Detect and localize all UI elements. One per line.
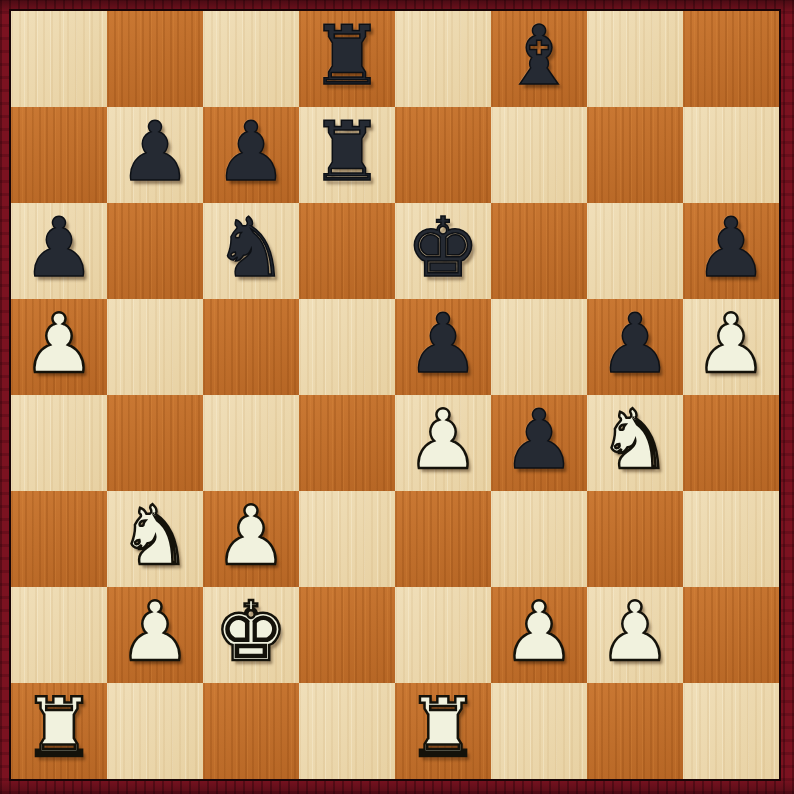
- black-pawn[interactable]: ♟: [406, 303, 480, 385]
- square-g2[interactable]: ♟: [587, 587, 683, 683]
- square-g6[interactable]: [587, 203, 683, 299]
- square-b4[interactable]: [107, 395, 203, 491]
- square-f1[interactable]: [491, 683, 587, 779]
- white-knight[interactable]: ♞: [598, 399, 672, 481]
- square-c1[interactable]: [203, 683, 299, 779]
- square-a5[interactable]: ♟: [11, 299, 107, 395]
- square-h1[interactable]: [683, 683, 779, 779]
- square-f3[interactable]: [491, 491, 587, 587]
- black-pawn[interactable]: ♟: [598, 303, 672, 385]
- square-c5[interactable]: [203, 299, 299, 395]
- square-a3[interactable]: [11, 491, 107, 587]
- black-rook[interactable]: ♜: [310, 111, 384, 193]
- square-f5[interactable]: [491, 299, 587, 395]
- square-e7[interactable]: [395, 107, 491, 203]
- square-b8[interactable]: [107, 11, 203, 107]
- white-pawn[interactable]: ♟: [406, 399, 480, 481]
- black-pawn[interactable]: ♟: [118, 111, 192, 193]
- square-g1[interactable]: [587, 683, 683, 779]
- square-c3[interactable]: ♟: [203, 491, 299, 587]
- square-c7[interactable]: ♟: [203, 107, 299, 203]
- chess-board: ♜♝♟♟♜♟♞♚♟♟♟♟♟♟♟♞♞♟♟♚♟♟♜♜: [9, 9, 781, 781]
- square-h2[interactable]: [683, 587, 779, 683]
- square-d4[interactable]: [299, 395, 395, 491]
- square-d3[interactable]: [299, 491, 395, 587]
- square-e1[interactable]: ♜: [395, 683, 491, 779]
- square-a4[interactable]: [11, 395, 107, 491]
- square-f4[interactable]: ♟: [491, 395, 587, 491]
- white-rook[interactable]: ♜: [406, 687, 480, 769]
- square-a6[interactable]: ♟: [11, 203, 107, 299]
- white-king[interactable]: ♚: [214, 591, 288, 673]
- black-king[interactable]: ♚: [406, 207, 480, 289]
- square-g8[interactable]: [587, 11, 683, 107]
- square-g7[interactable]: [587, 107, 683, 203]
- square-a1[interactable]: ♜: [11, 683, 107, 779]
- board-frame: ♜♝♟♟♜♟♞♚♟♟♟♟♟♟♟♞♞♟♟♚♟♟♜♜: [0, 0, 794, 794]
- square-d8[interactable]: ♜: [299, 11, 395, 107]
- square-a2[interactable]: [11, 587, 107, 683]
- square-b6[interactable]: [107, 203, 203, 299]
- square-c6[interactable]: ♞: [203, 203, 299, 299]
- square-h5[interactable]: ♟: [683, 299, 779, 395]
- black-knight[interactable]: ♞: [214, 207, 288, 289]
- square-h6[interactable]: ♟: [683, 203, 779, 299]
- square-g5[interactable]: ♟: [587, 299, 683, 395]
- square-h8[interactable]: [683, 11, 779, 107]
- square-a7[interactable]: [11, 107, 107, 203]
- square-a8[interactable]: [11, 11, 107, 107]
- black-pawn[interactable]: ♟: [22, 207, 96, 289]
- square-f8[interactable]: ♝: [491, 11, 587, 107]
- square-f2[interactable]: ♟: [491, 587, 587, 683]
- square-d6[interactable]: [299, 203, 395, 299]
- square-d2[interactable]: [299, 587, 395, 683]
- square-e5[interactable]: ♟: [395, 299, 491, 395]
- square-d7[interactable]: ♜: [299, 107, 395, 203]
- square-e2[interactable]: [395, 587, 491, 683]
- square-h3[interactable]: [683, 491, 779, 587]
- white-knight[interactable]: ♞: [118, 495, 192, 577]
- square-c8[interactable]: [203, 11, 299, 107]
- square-c2[interactable]: ♚: [203, 587, 299, 683]
- black-pawn[interactable]: ♟: [214, 111, 288, 193]
- black-pawn[interactable]: ♟: [694, 207, 768, 289]
- square-b3[interactable]: ♞: [107, 491, 203, 587]
- square-e6[interactable]: ♚: [395, 203, 491, 299]
- white-pawn[interactable]: ♟: [598, 591, 672, 673]
- white-pawn[interactable]: ♟: [118, 591, 192, 673]
- square-b2[interactable]: ♟: [107, 587, 203, 683]
- black-pawn[interactable]: ♟: [502, 399, 576, 481]
- square-b7[interactable]: ♟: [107, 107, 203, 203]
- square-g3[interactable]: [587, 491, 683, 587]
- black-bishop[interactable]: ♝: [502, 15, 576, 97]
- white-pawn[interactable]: ♟: [694, 303, 768, 385]
- square-f6[interactable]: [491, 203, 587, 299]
- square-b5[interactable]: [107, 299, 203, 395]
- square-h4[interactable]: [683, 395, 779, 491]
- square-d5[interactable]: [299, 299, 395, 395]
- square-e8[interactable]: [395, 11, 491, 107]
- white-rook[interactable]: ♜: [22, 687, 96, 769]
- black-rook[interactable]: ♜: [310, 15, 384, 97]
- square-b1[interactable]: [107, 683, 203, 779]
- square-e4[interactable]: ♟: [395, 395, 491, 491]
- square-e3[interactable]: [395, 491, 491, 587]
- white-pawn[interactable]: ♟: [502, 591, 576, 673]
- white-pawn[interactable]: ♟: [22, 303, 96, 385]
- square-d1[interactable]: [299, 683, 395, 779]
- square-f7[interactable]: [491, 107, 587, 203]
- white-pawn[interactable]: ♟: [214, 495, 288, 577]
- square-g4[interactable]: ♞: [587, 395, 683, 491]
- square-h7[interactable]: [683, 107, 779, 203]
- square-c4[interactable]: [203, 395, 299, 491]
